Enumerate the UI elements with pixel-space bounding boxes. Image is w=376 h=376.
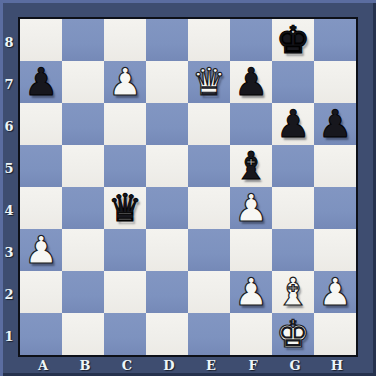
square-h5[interactable] bbox=[314, 145, 356, 187]
rank-label-5: 5 bbox=[0, 147, 18, 189]
square-c5[interactable] bbox=[104, 145, 146, 187]
square-a5[interactable] bbox=[20, 145, 62, 187]
file-label-e: E bbox=[190, 357, 232, 374]
file-label-h: H bbox=[316, 357, 358, 374]
square-g3[interactable] bbox=[272, 229, 314, 271]
square-c1[interactable] bbox=[104, 313, 146, 355]
square-c3[interactable] bbox=[104, 229, 146, 271]
board-border: ♚♟♟♛♟♟♟♝♛♟♟♟♝♟♚ bbox=[18, 17, 358, 357]
square-a2[interactable] bbox=[20, 271, 62, 313]
black-bishop-f5[interactable]: ♝ bbox=[234, 145, 268, 187]
square-e7[interactable]: ♛ bbox=[188, 61, 230, 103]
white-king-g1[interactable]: ♚ bbox=[276, 313, 310, 355]
file-label-a: A bbox=[22, 357, 64, 374]
square-c2[interactable] bbox=[104, 271, 146, 313]
square-d1[interactable] bbox=[146, 313, 188, 355]
square-f4[interactable]: ♟ bbox=[230, 187, 272, 229]
rank-labels: 87654321 bbox=[0, 19, 18, 355]
black-queen-c4[interactable]: ♛ bbox=[108, 187, 142, 229]
white-pawn-h2[interactable]: ♟ bbox=[318, 271, 352, 313]
rank-label-1: 1 bbox=[0, 315, 18, 357]
white-pawn-f4[interactable]: ♟ bbox=[234, 187, 268, 229]
square-c4[interactable]: ♛ bbox=[104, 187, 146, 229]
square-a8[interactable] bbox=[20, 19, 62, 61]
square-b4[interactable] bbox=[62, 187, 104, 229]
square-c6[interactable] bbox=[104, 103, 146, 145]
square-b1[interactable] bbox=[62, 313, 104, 355]
white-pawn-a3[interactable]: ♟ bbox=[24, 229, 58, 271]
square-g1[interactable]: ♚ bbox=[272, 313, 314, 355]
square-c7[interactable]: ♟ bbox=[104, 61, 146, 103]
square-f5[interactable]: ♝ bbox=[230, 145, 272, 187]
square-g2[interactable]: ♝ bbox=[272, 271, 314, 313]
square-a7[interactable]: ♟ bbox=[20, 61, 62, 103]
file-labels: ABCDEFGH bbox=[20, 357, 356, 374]
square-d8[interactable] bbox=[146, 19, 188, 61]
white-pawn-c7[interactable]: ♟ bbox=[108, 61, 142, 103]
square-g4[interactable] bbox=[272, 187, 314, 229]
square-d4[interactable] bbox=[146, 187, 188, 229]
square-d7[interactable] bbox=[146, 61, 188, 103]
square-b7[interactable] bbox=[62, 61, 104, 103]
black-pawn-a7[interactable]: ♟ bbox=[24, 61, 58, 103]
square-d2[interactable] bbox=[146, 271, 188, 313]
square-h2[interactable]: ♟ bbox=[314, 271, 356, 313]
square-a6[interactable] bbox=[20, 103, 62, 145]
square-g8[interactable]: ♚ bbox=[272, 19, 314, 61]
square-e3[interactable] bbox=[188, 229, 230, 271]
square-h7[interactable] bbox=[314, 61, 356, 103]
file-label-c: C bbox=[106, 357, 148, 374]
square-a1[interactable] bbox=[20, 313, 62, 355]
square-e6[interactable] bbox=[188, 103, 230, 145]
square-e4[interactable] bbox=[188, 187, 230, 229]
file-label-g: G bbox=[274, 357, 316, 374]
chess-board: ♚♟♟♛♟♟♟♝♛♟♟♟♝♟♚ bbox=[20, 19, 356, 355]
square-e5[interactable] bbox=[188, 145, 230, 187]
black-pawn-f7[interactable]: ♟ bbox=[234, 61, 268, 103]
black-king-g8[interactable]: ♚ bbox=[276, 19, 310, 61]
square-b5[interactable] bbox=[62, 145, 104, 187]
black-pawn-h6[interactable]: ♟ bbox=[318, 103, 352, 145]
square-g5[interactable] bbox=[272, 145, 314, 187]
square-b3[interactable] bbox=[62, 229, 104, 271]
rank-label-7: 7 bbox=[0, 63, 18, 105]
square-c8[interactable] bbox=[104, 19, 146, 61]
square-h4[interactable] bbox=[314, 187, 356, 229]
square-b8[interactable] bbox=[62, 19, 104, 61]
rank-label-8: 8 bbox=[0, 21, 18, 63]
square-h1[interactable] bbox=[314, 313, 356, 355]
chess-board-frame: 87654321 ♚♟♟♛♟♟♟♝♛♟♟♟♝♟♚ ABCDEFGH bbox=[0, 0, 376, 376]
square-b6[interactable] bbox=[62, 103, 104, 145]
rank-label-4: 4 bbox=[0, 189, 18, 231]
square-d5[interactable] bbox=[146, 145, 188, 187]
square-f6[interactable] bbox=[230, 103, 272, 145]
black-pawn-g6[interactable]: ♟ bbox=[276, 103, 310, 145]
white-pawn-f2[interactable]: ♟ bbox=[234, 271, 268, 313]
square-e2[interactable] bbox=[188, 271, 230, 313]
square-d6[interactable] bbox=[146, 103, 188, 145]
square-h8[interactable] bbox=[314, 19, 356, 61]
file-label-d: D bbox=[148, 357, 190, 374]
rank-label-3: 3 bbox=[0, 231, 18, 273]
square-e8[interactable] bbox=[188, 19, 230, 61]
square-h3[interactable] bbox=[314, 229, 356, 271]
square-b2[interactable] bbox=[62, 271, 104, 313]
square-a3[interactable]: ♟ bbox=[20, 229, 62, 271]
white-queen-e7[interactable]: ♛ bbox=[192, 61, 226, 103]
square-f2[interactable]: ♟ bbox=[230, 271, 272, 313]
rank-label-2: 2 bbox=[0, 273, 18, 315]
file-label-b: B bbox=[64, 357, 106, 374]
rank-label-6: 6 bbox=[0, 105, 18, 147]
square-f7[interactable]: ♟ bbox=[230, 61, 272, 103]
square-g6[interactable]: ♟ bbox=[272, 103, 314, 145]
square-f1[interactable] bbox=[230, 313, 272, 355]
square-a4[interactable] bbox=[20, 187, 62, 229]
square-e1[interactable] bbox=[188, 313, 230, 355]
square-d3[interactable] bbox=[146, 229, 188, 271]
white-bishop-g2[interactable]: ♝ bbox=[276, 271, 310, 313]
square-g7[interactable] bbox=[272, 61, 314, 103]
square-f8[interactable] bbox=[230, 19, 272, 61]
file-label-f: F bbox=[232, 357, 274, 374]
square-f3[interactable] bbox=[230, 229, 272, 271]
square-h6[interactable]: ♟ bbox=[314, 103, 356, 145]
